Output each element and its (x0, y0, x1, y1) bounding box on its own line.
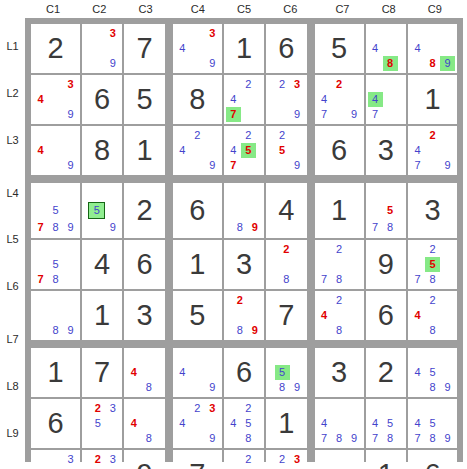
candidate-2: 2 (241, 128, 256, 143)
cell-L9C7[interactable]: 48 (315, 450, 364, 469)
candidate-9: 9 (105, 220, 120, 235)
cell-L3C3[interactable]: 1 (124, 126, 164, 175)
cell-L4C4[interactable]: 6 (173, 183, 222, 238)
cell-value: 1 (33, 350, 78, 395)
candidate-4: 4 (410, 308, 425, 323)
cell-value: 5 (126, 77, 162, 122)
candidate-4: 4 (368, 416, 383, 431)
candidate-4: 4 (33, 92, 48, 107)
candidate-9: 9 (290, 380, 305, 395)
candidate-5: 5 (241, 416, 256, 431)
cell-L6C9[interactable]: 248 (408, 291, 457, 340)
cell-L9C4[interactable]: 7 (173, 450, 222, 469)
candidate-5: 5 (48, 203, 63, 218)
cell-L5C4[interactable]: 1 (173, 240, 222, 289)
candidate-2: 2 (90, 401, 105, 416)
cell-L1C7[interactable]: 5 (315, 24, 364, 73)
candidate-9: 9 (440, 431, 455, 446)
candidate-5: 5 (275, 365, 290, 380)
cell-L1C3[interactable]: 7 (124, 24, 164, 73)
cell-L9C6[interactable]: 2358 (266, 450, 306, 469)
candidate-7: 7 (368, 107, 383, 122)
cell-L9C3[interactable]: 9 (124, 450, 164, 469)
candidate-9: 9 (63, 158, 78, 173)
cell-L2C9[interactable]: 1 (408, 75, 457, 124)
cell-L7C7[interactable]: 3 (315, 348, 364, 397)
cell-L7C6[interactable]: 589 (266, 348, 306, 397)
row-label-L8: L8 (6, 381, 18, 392)
cell-L1C9[interactable]: 489 (408, 24, 457, 73)
candidate-4: 4 (226, 92, 241, 107)
cell-L2C7[interactable]: 2479 (315, 75, 364, 124)
cell-value: 3 (317, 350, 362, 395)
cell-L8C4[interactable]: 2349 (173, 399, 222, 448)
candidate-4: 4 (126, 365, 141, 380)
cell-value: 1 (175, 242, 220, 287)
cell-L2C8[interactable]: 47 (366, 75, 406, 124)
candidate-7: 7 (317, 107, 332, 122)
cell-L6C8[interactable]: 6 (366, 291, 406, 340)
row-label-L9: L9 (6, 428, 18, 439)
cell-L4C6[interactable]: 4 (266, 183, 306, 238)
candidate-2: 2 (425, 128, 440, 143)
candidate-2: 2 (332, 293, 347, 308)
cell-L5C1[interactable]: 578 (31, 240, 80, 289)
candidate-5: 5 (88, 202, 105, 219)
cell-L8C7[interactable]: 4789 (315, 399, 364, 448)
sudoku-app: C1C2C3C4C5C6C7C8C9 L1L2L3L4L5L6L7L8L9 23… (0, 0, 467, 469)
cell-L3C1[interactable]: 49 (31, 126, 80, 175)
candidate-4: 4 (175, 41, 190, 56)
candidate-2: 2 (279, 242, 294, 257)
candidate-8: 8 (425, 323, 440, 338)
candidate-2: 2 (275, 452, 290, 467)
column-label-C4: C4 (176, 4, 220, 15)
corner-spacer (0, 0, 25, 18)
candidate-2: 2 (241, 77, 256, 92)
candidate-5: 5 (90, 416, 105, 431)
candidate-9: 9 (63, 107, 78, 122)
cell-L3C7[interactable]: 6 (315, 126, 364, 175)
cell-L9C8[interactable]: 1 (366, 450, 406, 469)
cell-L7C1[interactable]: 1 (31, 348, 80, 397)
cell-value: 6 (226, 350, 262, 395)
row-label-L6: L6 (6, 281, 18, 292)
candidate-5: 5 (241, 143, 256, 158)
candidate-7: 7 (317, 431, 332, 446)
candidate-2: 2 (332, 242, 347, 257)
candidate-8: 8 (383, 431, 398, 446)
cell-L6C1[interactable]: 89 (31, 291, 80, 340)
candidate-7: 7 (226, 107, 241, 122)
cell-value: 7 (175, 452, 220, 469)
candidate-9: 9 (105, 56, 120, 71)
cell-L4C3[interactable]: 2 (124, 183, 164, 238)
cell-value: 4 (268, 185, 304, 236)
cell-L5C7[interactable]: 278 (315, 240, 364, 289)
column-label-C5: C5 (222, 4, 266, 15)
row-label-L4: L4 (6, 188, 18, 199)
cell-L2C3[interactable]: 5 (124, 75, 164, 124)
cell-L7C5[interactable]: 6 (224, 348, 264, 397)
cell-L2C6[interactable]: 239 (266, 75, 306, 124)
candidate-7: 7 (33, 220, 48, 235)
cell-L5C9[interactable]: 2578 (408, 240, 457, 289)
cell-L7C9[interactable]: 4589 (408, 348, 457, 397)
candidate-7: 7 (33, 272, 48, 287)
candidate-2: 2 (241, 401, 256, 416)
candidate-2: 2 (190, 128, 205, 143)
cell-L9C9[interactable]: 6 (408, 450, 457, 469)
cell-L1C6[interactable]: 6 (266, 24, 306, 73)
cell-L6C3[interactable]: 3 (124, 291, 164, 340)
candidate-9: 9 (347, 107, 362, 122)
cell-L3C5[interactable]: 2457 (224, 126, 264, 175)
candidate-3: 3 (105, 452, 120, 467)
cell-value: 6 (410, 452, 455, 469)
cell-value: 1 (410, 77, 455, 122)
cell-value: 2 (33, 26, 78, 71)
candidate-4: 4 (410, 143, 425, 158)
cell-L2C2[interactable]: 6 (82, 75, 122, 124)
candidate-8: 8 (332, 323, 347, 338)
candidate-4: 4 (317, 92, 332, 107)
candidate-5: 5 (48, 257, 63, 272)
candidate-5: 5 (425, 257, 440, 272)
candidate-8: 8 (425, 431, 440, 446)
cell-L3C8[interactable]: 3 (366, 126, 406, 175)
cell-value: 6 (84, 77, 120, 122)
candidate-3: 3 (105, 401, 120, 416)
row-labels: L1L2L3L4L5L6L7L8L9 (0, 18, 25, 462)
cell-L7C2[interactable]: 7 (82, 348, 122, 397)
row-label-L5: L5 (6, 234, 18, 245)
candidate-8: 8 (48, 272, 63, 287)
cell-L1C8[interactable]: 48 (366, 24, 406, 73)
candidate-7: 7 (410, 431, 425, 446)
column-label-C3: C3 (123, 4, 167, 15)
candidate-8: 8 (383, 56, 398, 71)
cell-value: 8 (84, 128, 120, 173)
cell-L6C7[interactable]: 248 (315, 291, 364, 340)
cell-value: 8 (175, 77, 220, 122)
candidate-8: 8 (332, 272, 347, 287)
cell-L9C2[interactable]: 235 (82, 450, 122, 469)
cell-L2C4[interactable]: 8 (173, 75, 222, 124)
cell-value: 5 (317, 26, 362, 71)
cell-value: 4 (84, 242, 120, 287)
candidate-3: 3 (290, 77, 305, 92)
row-label-L7: L7 (6, 334, 18, 345)
candidate-9: 9 (205, 431, 220, 446)
cell-L8C2[interactable]: 235 (82, 399, 122, 448)
candidate-2: 2 (190, 401, 205, 416)
cell-L7C3[interactable]: 48 (124, 348, 164, 397)
cell-L4C5[interactable]: 89 (224, 183, 264, 238)
candidate-8: 8 (279, 272, 294, 287)
cell-L7C4[interactable]: 49 (173, 348, 222, 397)
candidate-8: 8 (275, 380, 290, 395)
candidate-9: 9 (205, 56, 220, 71)
cell-L5C6[interactable]: 28 (266, 240, 306, 289)
column-label-C1: C1 (31, 4, 75, 15)
cell-L1C4[interactable]: 349 (173, 24, 222, 73)
cell-L8C8[interactable]: 4578 (366, 399, 406, 448)
cell-L4C2[interactable]: 59 (82, 183, 122, 238)
candidate-8: 8 (141, 380, 156, 395)
candidate-4: 4 (175, 365, 190, 380)
cell-value: 6 (126, 242, 162, 287)
candidate-2: 2 (232, 293, 247, 308)
cell-value: 1 (126, 128, 162, 173)
row-label-L3: L3 (6, 135, 18, 146)
candidate-8: 8 (383, 220, 398, 235)
cell-L7C8[interactable]: 2 (366, 348, 406, 397)
column-label-C9: C9 (413, 4, 457, 15)
candidate-4: 4 (317, 308, 332, 323)
candidate-9: 9 (347, 431, 362, 446)
candidate-4: 4 (317, 416, 332, 431)
candidate-5: 5 (383, 416, 398, 431)
candidate-8: 8 (48, 220, 63, 235)
cell-value: 3 (410, 185, 455, 236)
candidate-8: 8 (425, 380, 440, 395)
cell-value: 9 (126, 452, 162, 469)
candidate-9: 9 (63, 220, 78, 235)
cell-L2C1[interactable]: 349 (31, 75, 80, 124)
cell-L4C9[interactable]: 3 (408, 183, 457, 238)
candidate-9: 9 (440, 158, 455, 173)
candidate-4: 4 (368, 92, 383, 107)
candidate-7: 7 (368, 220, 383, 235)
candidate-9: 9 (440, 380, 455, 395)
candidate-4: 4 (410, 416, 425, 431)
cell-value: 6 (317, 128, 362, 173)
cell-L3C4[interactable]: 249 (173, 126, 222, 175)
candidate-5: 5 (383, 203, 398, 218)
cell-L5C5[interactable]: 3 (224, 240, 264, 289)
cell-value: 7 (126, 26, 162, 71)
candidate-7: 7 (317, 272, 332, 287)
candidate-4: 4 (126, 416, 141, 431)
candidate-8: 8 (141, 431, 156, 446)
candidate-2: 2 (90, 452, 105, 467)
candidate-8: 8 (232, 323, 247, 338)
cell-L4C7[interactable]: 1 (315, 183, 364, 238)
cell-L1C2[interactable]: 39 (82, 24, 122, 73)
cell-L3C9[interactable]: 2479 (408, 126, 457, 175)
candidate-9: 9 (247, 323, 262, 338)
cell-L9C5[interactable]: 2458 (224, 450, 264, 469)
cell-value: 1 (226, 26, 262, 71)
candidate-3: 3 (205, 26, 220, 41)
candidate-4: 4 (175, 143, 190, 158)
candidate-3: 3 (63, 452, 78, 467)
cell-L4C1[interactable]: 5789 (31, 183, 80, 238)
candidate-2: 2 (275, 77, 290, 92)
candidate-4: 4 (175, 416, 190, 431)
cell-L6C2[interactable]: 1 (82, 291, 122, 340)
cell-L5C2[interactable]: 4 (82, 240, 122, 289)
candidate-3: 3 (205, 401, 220, 416)
candidate-4: 4 (226, 143, 241, 158)
cell-value: 6 (175, 185, 220, 236)
column-label-C6: C6 (268, 4, 312, 15)
candidate-2: 2 (241, 452, 256, 467)
candidate-9: 9 (205, 158, 220, 173)
candidate-9: 9 (440, 56, 455, 71)
cell-value: 2 (126, 185, 162, 236)
cell-L1C1[interactable]: 2 (31, 24, 80, 73)
candidate-8: 8 (425, 56, 440, 71)
candidate-7: 7 (368, 431, 383, 446)
cell-value: 7 (84, 350, 120, 395)
cell-value: 6 (33, 401, 78, 446)
cell-value: 6 (368, 293, 404, 338)
cell-L3C2[interactable]: 8 (82, 126, 122, 175)
cell-value: 3 (368, 128, 404, 173)
candidate-7: 7 (410, 158, 425, 173)
candidate-8: 8 (232, 220, 247, 235)
cell-L8C1[interactable]: 6 (31, 399, 80, 448)
candidate-4: 4 (33, 143, 48, 158)
cell-L8C3[interactable]: 48 (124, 399, 164, 448)
candidate-7: 7 (410, 272, 425, 287)
cell-L2C5[interactable]: 247 (224, 75, 264, 124)
column-labels: C1C2C3C4C5C6C7C8C9 (25, 0, 463, 18)
candidate-2: 2 (425, 242, 440, 257)
cell-L5C3[interactable]: 6 (124, 240, 164, 289)
candidate-9: 9 (63, 323, 78, 338)
cell-value: 3 (126, 293, 162, 338)
candidate-4: 4 (368, 41, 383, 56)
row-label-L1: L1 (6, 41, 18, 52)
cell-value: 3 (226, 242, 262, 287)
candidate-4: 4 (226, 416, 241, 431)
cell-L9C1[interactable]: 358 (31, 450, 80, 469)
candidate-8: 8 (48, 323, 63, 338)
cell-value: 1 (268, 401, 304, 446)
cell-L6C5[interactable]: 289 (224, 291, 264, 340)
candidate-5: 5 (425, 416, 440, 431)
candidate-2: 2 (425, 293, 440, 308)
candidate-5: 5 (275, 143, 290, 158)
candidate-7: 7 (226, 158, 241, 173)
cell-value: 9 (368, 242, 404, 287)
candidate-8: 8 (241, 431, 256, 446)
column-label-C8: C8 (367, 4, 411, 15)
candidate-3: 3 (63, 77, 78, 92)
cell-value: 5 (175, 293, 220, 338)
candidate-9: 9 (290, 158, 305, 173)
cell-value: 2 (368, 350, 404, 395)
cell-value: 6 (268, 26, 304, 71)
cell-L8C5[interactable]: 2458 (224, 399, 264, 448)
column-label-C2: C2 (77, 4, 121, 15)
candidate-4: 4 (410, 41, 425, 56)
candidate-3: 3 (105, 26, 120, 41)
candidate-8: 8 (425, 272, 440, 287)
cell-L6C4[interactable]: 5 (173, 291, 222, 340)
cell-L4C8[interactable]: 578 (366, 183, 406, 238)
candidate-2: 2 (332, 77, 347, 92)
candidate-2: 2 (275, 128, 290, 143)
cell-L1C5[interactable]: 1 (224, 24, 264, 73)
column-label-C7: C7 (320, 4, 364, 15)
cell-value: 1 (368, 452, 404, 469)
cell-L6C6[interactable]: 7 (266, 291, 306, 340)
candidate-9: 9 (290, 107, 305, 122)
candidate-9: 9 (247, 220, 262, 235)
candidate-4: 4 (410, 365, 425, 380)
cell-L8C6[interactable]: 1 (266, 399, 306, 448)
candidate-9: 9 (205, 380, 220, 395)
cell-value: 1 (84, 293, 120, 338)
candidate-5: 5 (425, 365, 440, 380)
candidate-8: 8 (332, 431, 347, 446)
cell-value: 1 (317, 185, 362, 236)
candidate-3: 3 (290, 452, 305, 467)
sudoku-board: 2397349165484893496582472392479471498124… (25, 18, 463, 462)
cell-L8C9[interactable]: 45789 (408, 399, 457, 448)
row-label-L2: L2 (6, 88, 18, 99)
cell-value: 7 (268, 293, 304, 338)
cell-L3C6[interactable]: 259 (266, 126, 306, 175)
cell-L5C8[interactable]: 9 (366, 240, 406, 289)
